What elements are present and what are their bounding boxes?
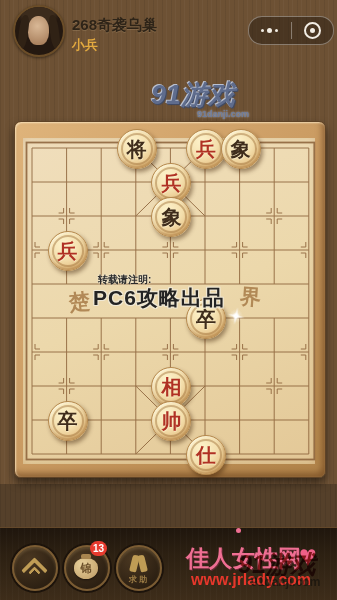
level-title: 268奇袭乌巢 [72,16,157,35]
piece-ring [225,133,257,165]
app-screen: 268奇袭乌巢 小兵 91游戏 91danji.com 楚 界 将兵象兵象兵卒相… [0,0,337,600]
player-rank-label: 小兵 [72,36,98,54]
collapse-menu-button[interactable] [12,545,58,591]
watermark-repost-notice: 转载请注明: PC6攻略出品 [93,275,225,308]
piece-ring [155,167,187,199]
more-dot-icon [267,28,272,33]
avatar [13,5,65,57]
piece-ring [155,201,187,233]
piece-red-仕[interactable]: 仕 [186,435,226,475]
piece-red-兵[interactable]: 兵 [48,231,88,271]
sparkle-effect [225,305,246,326]
more-button[interactable] [249,17,291,44]
piece-black-象[interactable]: 象 [151,197,191,237]
watermark-logo-text: 91游戏 [151,80,235,110]
help-button-label: 求助 [118,574,160,585]
bag-character: 锦 [81,561,92,576]
watermark-swirl-dot [236,528,241,533]
watermark-domain-text: 91danji.com [197,110,249,119]
repost-line2: PC6攻略出品 [93,287,225,308]
piece-ring [52,405,84,437]
piece-black-象[interactable]: 象 [221,129,261,169]
piece-ring [121,133,153,165]
below-board-strip [0,484,337,530]
piece-ring [155,371,187,403]
money-bag-icon: 锦 [74,558,98,579]
watermark-91games-top: 91游戏 91danji.com [151,82,249,119]
piece-ring [52,235,84,267]
piece-ring [190,439,222,471]
piece-black-将[interactable]: 将 [117,129,157,169]
miniprogram-capsule [248,16,334,45]
bag-count-badge: 13 [90,541,107,556]
more-dot-icon [275,29,278,32]
piece-ring [155,405,187,437]
close-circle-dot [310,28,315,33]
repost-line1: 转载请注明: [98,275,225,285]
piece-ring [190,133,222,165]
close-button[interactable] [292,17,334,44]
praying-hands-icon [137,554,148,572]
piece-black-卒[interactable]: 卒 [48,401,88,441]
close-circle-icon [304,22,321,39]
avatar-face [28,16,49,45]
more-dot-icon [261,29,264,32]
ask-help-button[interactable]: 求助 [116,545,162,591]
piece-red-帅[interactable]: 帅 [151,401,191,441]
watermark-91games-bottom-domain: 91danji.com [251,575,320,589]
